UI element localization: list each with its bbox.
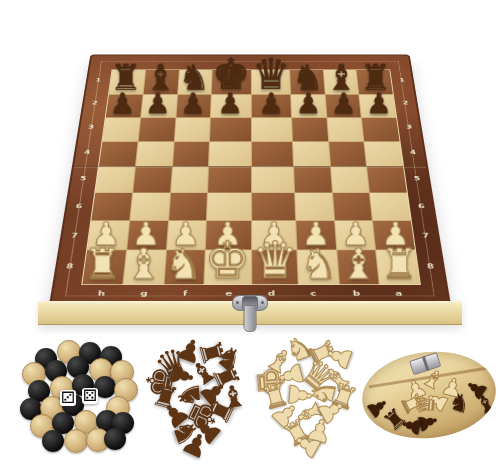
dark-pawn: ♟: [258, 89, 284, 118]
square-c2: ♟: [291, 95, 326, 117]
square-f5: [171, 167, 209, 193]
dark-pawn: ♟: [218, 89, 244, 118]
square-f3: [174, 118, 210, 141]
light-queen: ♛: [252, 235, 298, 286]
square-a3: [362, 118, 399, 141]
rank-label-right-8: 8: [427, 263, 435, 270]
square-c4: [293, 142, 330, 167]
file-label-h: h: [97, 290, 105, 297]
file-label-g: g: [140, 290, 148, 297]
rank-label-right-3: 3: [406, 125, 413, 130]
rank-label-right-1: 1: [399, 78, 405, 83]
square-g3: [138, 118, 175, 141]
file-label-a: a: [395, 290, 403, 297]
square-h4: [99, 142, 137, 167]
square-g4: [136, 142, 174, 167]
square-a8: ♜: [376, 250, 419, 284]
dark-pawn: ♟: [110, 89, 136, 118]
square-h5: [95, 167, 134, 193]
square-b5: [331, 167, 370, 193]
square-c8: ♞: [297, 250, 338, 284]
square-c3: [292, 118, 328, 141]
square-e3: [210, 118, 250, 141]
dark-pawn: ♟: [366, 89, 392, 118]
square-g2: ♟: [141, 95, 177, 117]
dark-pawn: ♟: [296, 89, 322, 118]
square-d3: [251, 118, 291, 141]
rank-label-left-3: 3: [88, 125, 95, 130]
rank-label-left-8: 8: [66, 263, 74, 270]
square-h2: ♟: [106, 95, 143, 117]
square-b3: [327, 118, 364, 141]
checker-disc-black: [42, 430, 64, 452]
checker-disc-natural: [64, 429, 88, 453]
rank-label-left-2: 2: [91, 101, 98, 106]
square-f2: ♟: [176, 95, 211, 117]
light-knight: ♞: [165, 243, 203, 285]
die-icon: ⚄: [82, 388, 98, 404]
stlt-queen: ♛: [413, 393, 438, 416]
square-c5: [294, 167, 332, 193]
inset-dark-pieces: ♟♜♛♞♚♟♝♜♜♞♟♝♟♚♜♞♟♟: [142, 336, 254, 460]
inset-box-interior: ♟♜♞♟♟♝♟♟♝♜♟♟♛: [358, 345, 500, 445]
file-label-c: c: [310, 290, 316, 297]
square-e8: ♚: [205, 250, 251, 284]
light-bishop: ♝: [124, 243, 162, 285]
box-front-edge: [38, 301, 462, 325]
product-photo-chess-set: ♜♝♞♚♛♞♝♜♟♟♟♟♟♟♟♟♟♟♟♟♟♟♟♟♜♝♞♚♛♞♝♜ 1122334…: [0, 0, 500, 469]
square-e4: [209, 142, 250, 167]
clasp-screw: [236, 301, 239, 304]
square-g5: [133, 167, 172, 193]
dark-pawn: ♟: [331, 89, 357, 118]
stdk-bishop: ♝: [471, 389, 500, 420]
square-f4: [172, 142, 209, 167]
clasp-screw: [261, 301, 264, 304]
square-f8: ♞: [164, 250, 205, 284]
square-g8: ♝: [123, 250, 165, 284]
file-label-b: b: [353, 290, 361, 297]
square-a4: [365, 142, 403, 167]
square-d2: ♟: [251, 95, 290, 117]
square-d5: [252, 167, 294, 193]
square-b4: [329, 142, 367, 167]
rank-label-left-5: 5: [80, 176, 87, 182]
inset-checkers-dice: ⚂⚄: [20, 340, 138, 458]
square-a5: [367, 167, 406, 193]
board-squares: ♜♝♞♚♛♞♝♜♟♟♟♟♟♟♟♟♟♟♟♟♟♟♟♟♜♝♞♚♛♞♝♜: [81, 70, 421, 285]
light-bishop: ♝: [340, 243, 378, 285]
rank-label-left-4: 4: [84, 150, 91, 155]
square-d4: [251, 142, 292, 167]
rank-label-left-6: 6: [75, 204, 82, 210]
metal-clasp-icon: [232, 295, 268, 311]
file-label-d: d: [268, 290, 275, 297]
light-rook: ♜: [84, 243, 122, 285]
square-b8: ♝: [337, 250, 379, 284]
clasp-tongue: [244, 305, 257, 332]
light-king: ♚: [205, 235, 251, 286]
light-rook: ♜: [381, 243, 419, 285]
file-label-f: f: [183, 290, 188, 297]
rank-label-right-7: 7: [422, 233, 430, 239]
square-e5: [208, 167, 250, 193]
dark-pawn: ♟: [180, 89, 206, 118]
chess-board: ♜♝♞♚♛♞♝♜♟♟♟♟♟♟♟♟♟♟♟♟♟♟♟♟♜♝♞♚♛♞♝♜ 1122334…: [51, 55, 448, 305]
die-icon: ⚂: [60, 390, 76, 406]
dark-pawn: ♟: [145, 89, 171, 118]
inset-light-pieces: ♞♜♝♟♚♟♛♝♜♟♞♜♟♝♟♜♟♟: [254, 334, 360, 462]
square-h8: ♜: [82, 250, 125, 284]
square-e2: ♟: [211, 95, 250, 117]
light-knight: ♞: [299, 243, 337, 285]
rank-label-left-7: 7: [71, 233, 79, 239]
square-h3: [102, 118, 139, 141]
checker-disc-black: [104, 428, 126, 450]
rank-label-right-4: 4: [410, 150, 417, 155]
rank-label-right-2: 2: [402, 101, 409, 106]
rank-label-right-5: 5: [413, 176, 420, 182]
rank-label-right-6: 6: [418, 204, 425, 210]
rank-label-left-1: 1: [95, 78, 101, 83]
board-scene: ♜♝♞♚♛♞♝♜♟♟♟♟♟♟♟♟♟♟♟♟♟♟♟♟♜♝♞♚♛♞♝♜ 1122334…: [0, 0, 500, 336]
chess-board-frame: ♜♝♞♚♛♞♝♜♟♟♟♟♟♟♟♟♟♟♟♟♟♟♟♟♜♝♞♚♛♞♝♜ 1122334…: [51, 55, 448, 305]
square-b2: ♟: [325, 95, 361, 117]
square-d8: ♛: [252, 250, 298, 284]
square-a2: ♟: [359, 95, 396, 117]
